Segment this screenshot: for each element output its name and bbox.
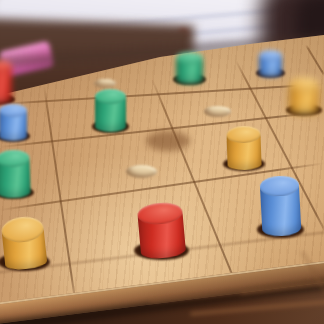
peg-green-r0c2[interactable]: [176, 52, 203, 84]
peg-green-r2c0[interactable]: [0, 149, 31, 198]
peg-red-r3c1[interactable]: [137, 201, 187, 260]
empty-hole-r0c1[interactable]: [94, 79, 116, 88]
peg-green-r1c1-top-face: [95, 89, 126, 104]
peg-yellow-r1c3[interactable]: [288, 76, 319, 115]
peg-yellow-r2c2[interactable]: [226, 125, 262, 170]
peg-blue-r0c3-top-face: [259, 50, 282, 61]
peg-blue-r0c3[interactable]: [259, 50, 282, 77]
empty-hole-r1c2[interactable]: [204, 106, 231, 117]
peg-yellow-r3c0[interactable]: [0, 215, 47, 271]
peg-green-r1c1[interactable]: [95, 89, 126, 132]
peg-blue-r1c0[interactable]: [0, 104, 27, 141]
peg-blue-r3c2[interactable]: [259, 175, 301, 237]
empty-hole-r2c1[interactable]: [126, 165, 157, 178]
photo-stage: [0, 0, 324, 324]
peg-red-r0c0[interactable]: [0, 60, 12, 104]
